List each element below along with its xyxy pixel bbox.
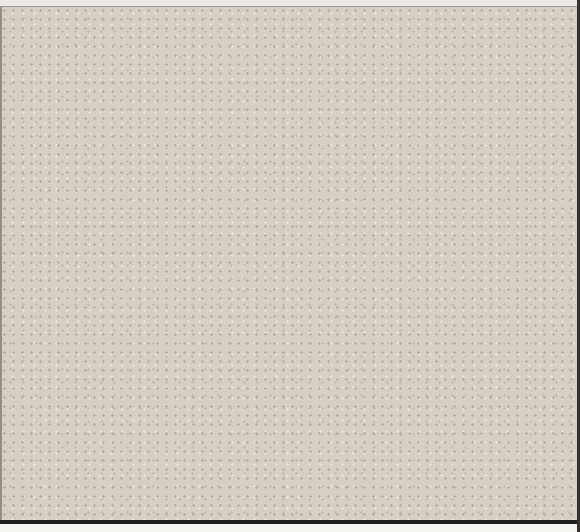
watermark-logo	[498, 500, 580, 524]
xiangqi-app-screen	[0, 0, 580, 532]
board-grid	[0, 0, 580, 532]
bottom-file-label-strip	[0, 524, 580, 532]
